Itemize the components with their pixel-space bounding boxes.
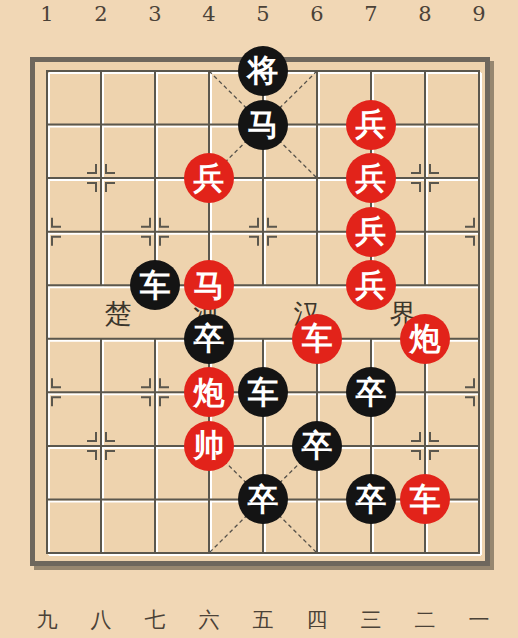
intersection-c1-r1[interactable] xyxy=(20,44,74,98)
piece-red-pawn[interactable]: 兵 xyxy=(346,100,396,150)
file-label-bottom-8: 二 xyxy=(415,608,436,632)
intersection-c2-r5[interactable] xyxy=(74,258,128,312)
intersection-c9-r5[interactable] xyxy=(452,258,506,312)
intersection-c1-r9[interactable] xyxy=(20,473,74,527)
intersection-c5-r2[interactable]: 马 xyxy=(236,98,290,152)
piece-red-cannon[interactable]: 炮 xyxy=(184,367,234,417)
piece-red-horse[interactable]: 马 xyxy=(184,260,234,310)
intersection-c2-r9[interactable] xyxy=(74,473,128,527)
file-label-top-5: 5 xyxy=(256,2,269,26)
piece-black-general[interactable]: 将 xyxy=(238,46,288,96)
intersection-c2-r2[interactable] xyxy=(74,98,128,152)
intersection-c2-r8[interactable] xyxy=(74,419,128,473)
intersection-c3-r10[interactable] xyxy=(128,526,182,580)
intersection-c3-r7[interactable] xyxy=(128,365,182,419)
intersection-c8-r9[interactable]: 车 xyxy=(398,473,452,527)
intersection-c4-r8[interactable]: 帅 xyxy=(182,419,236,473)
piece-red-general[interactable]: 帅 xyxy=(184,421,234,471)
intersection-c1-r7[interactable] xyxy=(20,365,74,419)
file-label-top-9: 9 xyxy=(472,2,485,26)
intersection-c3-r5[interactable]: 车 xyxy=(128,258,182,312)
intersection-c9-r6[interactable] xyxy=(452,312,506,366)
intersection-c5-r10[interactable] xyxy=(236,526,290,580)
file-label-top-1: 1 xyxy=(40,2,53,26)
intersection-c1-r2[interactable] xyxy=(20,98,74,152)
piece-red-pawn[interactable]: 兵 xyxy=(184,153,234,203)
intersection-c9-r2[interactable] xyxy=(452,98,506,152)
intersection-c2-r4[interactable] xyxy=(74,205,128,259)
intersection-c8-r6[interactable]: 炮 xyxy=(398,312,452,366)
intersection-c1-r10[interactable] xyxy=(20,526,74,580)
file-label-bottom-3: 七 xyxy=(145,608,166,632)
file-label-bottom-6: 四 xyxy=(307,608,328,632)
piece-black-pawn[interactable]: 卒 xyxy=(292,421,342,471)
intersection-c7-r3[interactable]: 兵 xyxy=(344,151,398,205)
intersection-c7-r2[interactable]: 兵 xyxy=(344,98,398,152)
piece-black-chariot[interactable]: 车 xyxy=(130,260,180,310)
intersection-c7-r4[interactable]: 兵 xyxy=(344,205,398,259)
intersection-c2-r10[interactable] xyxy=(74,526,128,580)
intersection-c9-r1[interactable] xyxy=(452,44,506,98)
intersection-c3-r3[interactable] xyxy=(128,151,182,205)
piece-red-chariot[interactable]: 车 xyxy=(400,474,450,524)
file-label-top-3: 3 xyxy=(148,2,161,26)
intersection-c4-r7[interactable]: 炮 xyxy=(182,365,236,419)
file-label-top-8: 8 xyxy=(418,2,431,26)
intersection-c7-r10[interactable] xyxy=(344,526,398,580)
intersection-c4-r2[interactable] xyxy=(182,98,236,152)
file-label-top-7: 7 xyxy=(364,2,377,26)
intersection-c6-r4[interactable] xyxy=(290,205,344,259)
intersection-c4-r4[interactable] xyxy=(182,205,236,259)
intersection-c9-r7[interactable] xyxy=(452,365,506,419)
intersection-c4-r1[interactable] xyxy=(182,44,236,98)
intersection-c7-r8[interactable] xyxy=(344,419,398,473)
intersection-c8-r2[interactable] xyxy=(398,98,452,152)
file-label-bottom-2: 八 xyxy=(91,608,112,632)
intersection-c3-r8[interactable] xyxy=(128,419,182,473)
file-label-top-2: 2 xyxy=(94,2,107,26)
intersection-c7-r1[interactable] xyxy=(344,44,398,98)
intersection-c8-r7[interactable] xyxy=(398,365,452,419)
intersection-c6-r3[interactable] xyxy=(290,151,344,205)
xiangqi-screenshot: 123456789 楚河汉界 将马兵兵兵兵车马兵卒车炮炮车卒帅卒卒卒车 九八七六… xyxy=(0,0,518,638)
intersection-c6-r2[interactable] xyxy=(290,98,344,152)
intersection-c8-r3[interactable] xyxy=(398,151,452,205)
intersection-c4-r3[interactable]: 兵 xyxy=(182,151,236,205)
intersection-c8-r1[interactable] xyxy=(398,44,452,98)
piece-black-pawn[interactable]: 卒 xyxy=(184,314,234,364)
intersection-c3-r9[interactable] xyxy=(128,473,182,527)
intersection-c6-r10[interactable] xyxy=(290,526,344,580)
piece-red-pawn[interactable]: 兵 xyxy=(346,207,396,257)
intersection-c5-r1[interactable]: 将 xyxy=(236,44,290,98)
intersection-c6-r8[interactable]: 卒 xyxy=(290,419,344,473)
board-intersections: 将马兵兵兵兵车马兵卒车炮炮车卒帅卒卒卒车 xyxy=(20,44,506,580)
intersection-c4-r10[interactable] xyxy=(182,526,236,580)
intersection-c8-r10[interactable] xyxy=(398,526,452,580)
intersection-c9-r9[interactable] xyxy=(452,473,506,527)
piece-red-pawn[interactable]: 兵 xyxy=(346,260,396,310)
intersection-c6-r1[interactable] xyxy=(290,44,344,98)
file-label-bottom-4: 六 xyxy=(199,608,220,632)
intersection-c1-r8[interactable] xyxy=(20,419,74,473)
intersection-c3-r6[interactable] xyxy=(128,312,182,366)
intersection-c5-r4[interactable] xyxy=(236,205,290,259)
intersection-c4-r9[interactable] xyxy=(182,473,236,527)
intersection-c6-r5[interactable] xyxy=(290,258,344,312)
intersection-c8-r5[interactable] xyxy=(398,258,452,312)
piece-red-cannon[interactable]: 炮 xyxy=(400,314,450,364)
intersection-c1-r5[interactable] xyxy=(20,258,74,312)
file-label-bottom-5: 五 xyxy=(253,608,274,632)
file-label-bottom-7: 三 xyxy=(361,608,382,632)
intersection-c5-r3[interactable] xyxy=(236,151,290,205)
file-label-bottom-9: 一 xyxy=(469,608,490,632)
intersection-c4-r6[interactable]: 卒 xyxy=(182,312,236,366)
intersection-c7-r7[interactable]: 卒 xyxy=(344,365,398,419)
piece-black-pawn[interactable]: 卒 xyxy=(238,474,288,524)
intersection-c1-r3[interactable] xyxy=(20,151,74,205)
intersection-c5-r6[interactable] xyxy=(236,312,290,366)
piece-black-horse[interactable]: 马 xyxy=(238,100,288,150)
intersection-c7-r5[interactable]: 兵 xyxy=(344,258,398,312)
intersection-c5-r9[interactable]: 卒 xyxy=(236,473,290,527)
intersection-c9-r3[interactable] xyxy=(452,151,506,205)
intersection-c2-r3[interactable] xyxy=(74,151,128,205)
file-label-bottom-1: 九 xyxy=(37,608,58,632)
intersection-c2-r1[interactable] xyxy=(74,44,128,98)
piece-black-pawn[interactable]: 卒 xyxy=(346,474,396,524)
intersection-c1-r4[interactable] xyxy=(20,205,74,259)
piece-black-pawn[interactable]: 卒 xyxy=(346,367,396,417)
intersection-c2-r6[interactable] xyxy=(74,312,128,366)
intersection-c8-r8[interactable] xyxy=(398,419,452,473)
intersection-c8-r4[interactable] xyxy=(398,205,452,259)
file-label-top-4: 4 xyxy=(202,2,215,26)
intersection-c6-r6[interactable]: 车 xyxy=(290,312,344,366)
piece-red-chariot[interactable]: 车 xyxy=(292,314,342,364)
intersection-c2-r7[interactable] xyxy=(74,365,128,419)
intersection-c5-r7[interactable]: 车 xyxy=(236,365,290,419)
intersection-c3-r2[interactable] xyxy=(128,98,182,152)
piece-black-chariot[interactable]: 车 xyxy=(238,367,288,417)
file-label-top-6: 6 xyxy=(310,2,323,26)
intersection-c5-r8[interactable] xyxy=(236,419,290,473)
intersection-c5-r5[interactable] xyxy=(236,258,290,312)
intersection-c3-r4[interactable] xyxy=(128,205,182,259)
intersection-c6-r7[interactable] xyxy=(290,365,344,419)
piece-red-pawn[interactable]: 兵 xyxy=(346,153,396,203)
intersection-c6-r9[interactable] xyxy=(290,473,344,527)
intersection-c7-r6[interactable] xyxy=(344,312,398,366)
intersection-c7-r9[interactable]: 卒 xyxy=(344,473,398,527)
intersection-c4-r5[interactable]: 马 xyxy=(182,258,236,312)
intersection-c9-r4[interactable] xyxy=(452,205,506,259)
intersection-c1-r6[interactable] xyxy=(20,312,74,366)
intersection-c9-r8[interactable] xyxy=(452,419,506,473)
intersection-c3-r1[interactable] xyxy=(128,44,182,98)
xiangqi-board: 楚河汉界 将马兵兵兵兵车马兵卒车炮炮车卒帅卒卒卒车 xyxy=(30,57,490,566)
intersection-c9-r10[interactable] xyxy=(452,526,506,580)
